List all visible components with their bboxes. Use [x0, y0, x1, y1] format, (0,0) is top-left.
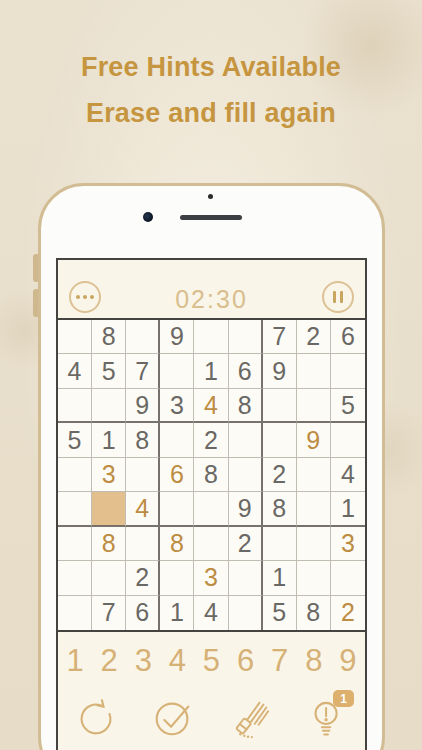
- sudoku-grid: 8972645716993485518293682449818823231761…: [58, 318, 365, 632]
- cell-r7c6[interactable]: 2: [229, 527, 263, 561]
- cell-r9c8[interactable]: 8: [297, 596, 331, 630]
- cell-r4c9[interactable]: [331, 423, 365, 457]
- numpad-5[interactable]: 5: [194, 632, 228, 690]
- cell-r6c5[interactable]: [194, 492, 228, 526]
- cell-r6c9[interactable]: 1: [331, 492, 365, 526]
- cell-r3c4[interactable]: 3: [160, 389, 194, 423]
- cell-r6c6[interactable]: 9: [229, 492, 263, 526]
- cell-r7c5[interactable]: [194, 527, 228, 561]
- cell-r1c6[interactable]: [229, 320, 263, 354]
- cell-r8c2[interactable]: [92, 561, 126, 595]
- cell-r9c9[interactable]: 2: [331, 596, 365, 630]
- cell-r2c7[interactable]: 9: [263, 354, 297, 388]
- cell-r5c1[interactable]: [58, 458, 92, 492]
- numpad-8[interactable]: 8: [297, 632, 331, 690]
- cell-r1c9[interactable]: 6: [331, 320, 365, 354]
- cell-r8c6[interactable]: [229, 561, 263, 595]
- cell-r5c9[interactable]: 4: [331, 458, 365, 492]
- cell-r8c8[interactable]: [297, 561, 331, 595]
- cell-r9c6[interactable]: [229, 596, 263, 630]
- cell-r2c3[interactable]: 7: [126, 354, 160, 388]
- undo-icon: [73, 695, 119, 745]
- top-bar: 02:30: [58, 260, 365, 318]
- cell-r5c5[interactable]: 8: [194, 458, 228, 492]
- cell-r8c1[interactable]: [58, 561, 92, 595]
- cell-r5c3[interactable]: [126, 458, 160, 492]
- cell-r8c3[interactable]: 2: [126, 561, 160, 595]
- numpad-2[interactable]: 2: [92, 632, 126, 690]
- cell-r8c4[interactable]: [160, 561, 194, 595]
- cell-r3c3[interactable]: 9: [126, 389, 160, 423]
- cell-r1c8[interactable]: 2: [297, 320, 331, 354]
- cell-r1c1[interactable]: [58, 320, 92, 354]
- cell-r8c5[interactable]: 3: [194, 561, 228, 595]
- cell-r3c7[interactable]: [263, 389, 297, 423]
- numpad-7[interactable]: 7: [263, 632, 297, 690]
- cell-r1c5[interactable]: [194, 320, 228, 354]
- cell-r4c1[interactable]: 5: [58, 423, 92, 457]
- cell-r6c1[interactable]: [58, 492, 92, 526]
- cell-r3c8[interactable]: [297, 389, 331, 423]
- cell-r2c6[interactable]: 6: [229, 354, 263, 388]
- cell-r4c4[interactable]: [160, 423, 194, 457]
- cell-r3c5[interactable]: 4: [194, 389, 228, 423]
- cell-r5c7[interactable]: 2: [263, 458, 297, 492]
- undo-button[interactable]: [58, 690, 135, 750]
- cell-r9c5[interactable]: 4: [194, 596, 228, 630]
- cell-r4c7[interactable]: [263, 423, 297, 457]
- cell-r6c4[interactable]: [160, 492, 194, 526]
- game-screen: 02:30 8972645716993485518293682449818823…: [56, 258, 367, 750]
- cell-r3c9[interactable]: 5: [331, 389, 365, 423]
- cell-r1c3[interactable]: [126, 320, 160, 354]
- promo-headline-2: Erase and fill again: [0, 98, 422, 129]
- cell-r2c4[interactable]: [160, 354, 194, 388]
- cell-r2c5[interactable]: 1: [194, 354, 228, 388]
- cell-r3c1[interactable]: [58, 389, 92, 423]
- cell-r7c9[interactable]: 3: [331, 527, 365, 561]
- cell-r7c8[interactable]: [297, 527, 331, 561]
- pause-icon: [333, 291, 343, 303]
- cell-r5c6[interactable]: [229, 458, 263, 492]
- phone-frame: 02:30 8972645716993485518293682449818823…: [38, 183, 385, 750]
- cell-r8c9[interactable]: [331, 561, 365, 595]
- cell-r9c4[interactable]: 1: [160, 596, 194, 630]
- cell-r1c2[interactable]: 8: [92, 320, 126, 354]
- toolbar: 1: [58, 690, 365, 750]
- cell-r4c8[interactable]: 9: [297, 423, 331, 457]
- cell-r4c2[interactable]: 1: [92, 423, 126, 457]
- cell-r3c2[interactable]: [92, 389, 126, 423]
- cell-r3c6[interactable]: 8: [229, 389, 263, 423]
- cell-r8c7[interactable]: 1: [263, 561, 297, 595]
- cell-r9c3[interactable]: 6: [126, 596, 160, 630]
- cell-r5c2[interactable]: 3: [92, 458, 126, 492]
- front-camera-dot: [143, 212, 153, 222]
- cell-r2c8[interactable]: [297, 354, 331, 388]
- speaker-slot: [180, 215, 242, 220]
- cell-r2c9[interactable]: [331, 354, 365, 388]
- cell-r7c7[interactable]: [263, 527, 297, 561]
- numpad-4[interactable]: 4: [160, 632, 194, 690]
- cell-r4c5[interactable]: 2: [194, 423, 228, 457]
- timer-display: 02:30: [58, 285, 365, 314]
- hint-count-badge: 1: [333, 690, 354, 707]
- pause-button[interactable]: [322, 281, 354, 313]
- cell-r5c8[interactable]: [297, 458, 331, 492]
- numpad-3[interactable]: 3: [126, 632, 160, 690]
- cell-r2c1[interactable]: 4: [58, 354, 92, 388]
- numpad-1[interactable]: 1: [58, 632, 92, 690]
- cell-r1c4[interactable]: 9: [160, 320, 194, 354]
- cell-r9c1[interactable]: [58, 596, 92, 630]
- proximity-sensor-dot: [208, 194, 213, 199]
- cell-r7c3[interactable]: [126, 527, 160, 561]
- cell-r9c2[interactable]: 7: [92, 596, 126, 630]
- eraser-icon: [227, 695, 273, 745]
- check-circle-icon: [150, 695, 196, 745]
- number-pad: 123456789: [58, 632, 365, 690]
- cell-r4c3[interactable]: 8: [126, 423, 160, 457]
- cell-r6c2[interactable]: [92, 492, 126, 526]
- promo-headline-1: Free Hints Available: [0, 52, 422, 83]
- cell-r1c7[interactable]: 7: [263, 320, 297, 354]
- numpad-9[interactable]: 9: [331, 632, 365, 690]
- check-button[interactable]: [135, 690, 212, 750]
- cell-r6c8[interactable]: [297, 492, 331, 526]
- hint-button[interactable]: 1: [288, 690, 365, 750]
- cell-r6c7[interactable]: 8: [263, 492, 297, 526]
- cell-r6c3[interactable]: 4: [126, 492, 160, 526]
- cell-r7c2[interactable]: 8: [92, 527, 126, 561]
- cell-r5c4[interactable]: 6: [160, 458, 194, 492]
- cell-r7c1[interactable]: [58, 527, 92, 561]
- cell-r4c6[interactable]: [229, 423, 263, 457]
- numpad-6[interactable]: 6: [229, 632, 263, 690]
- cell-r7c4[interactable]: 8: [160, 527, 194, 561]
- cell-r2c2[interactable]: 5: [92, 354, 126, 388]
- erase-button[interactable]: [212, 690, 289, 750]
- cell-r9c7[interactable]: 5: [263, 596, 297, 630]
